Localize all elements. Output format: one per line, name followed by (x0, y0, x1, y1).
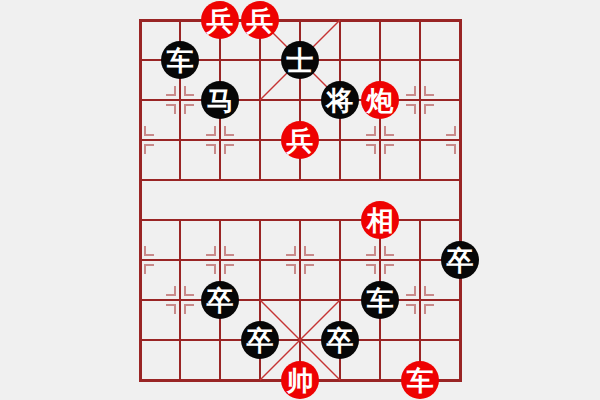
piece-red-cannon[interactable]: 炮 (361, 81, 399, 119)
piece-red-soldier[interactable]: 兵 (281, 121, 319, 159)
piece-black-general[interactable]: 将 (321, 81, 359, 119)
piece-red-general[interactable]: 帅 (281, 361, 319, 399)
piece-black-soldier[interactable]: 卒 (321, 321, 359, 359)
xiangqi-board[interactable]: 兵兵车士马将炮兵相卒卒车卒卒帅车 (0, 0, 600, 400)
piece-red-chariot[interactable]: 车 (401, 361, 439, 399)
piece-red-soldier[interactable]: 兵 (201, 1, 239, 39)
pieces-layer: 兵兵车士马将炮兵相卒卒车卒卒帅车 (0, 0, 600, 400)
piece-black-advisor[interactable]: 士 (281, 41, 319, 79)
piece-black-chariot[interactable]: 车 (161, 41, 199, 79)
piece-black-soldier[interactable]: 卒 (241, 321, 279, 359)
piece-black-horse[interactable]: 马 (201, 81, 239, 119)
piece-red-elephant[interactable]: 相 (361, 201, 399, 239)
piece-black-soldier[interactable]: 卒 (201, 281, 239, 319)
xiangqi-app: 兵兵车士马将炮兵相卒卒车卒卒帅车 (0, 0, 600, 400)
piece-black-soldier[interactable]: 卒 (441, 241, 479, 279)
piece-black-chariot[interactable]: 车 (361, 281, 399, 319)
piece-red-soldier[interactable]: 兵 (241, 1, 279, 39)
